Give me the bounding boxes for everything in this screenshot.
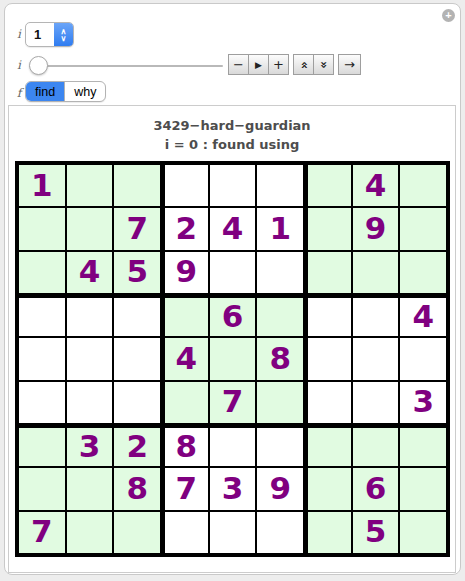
- stepper-arrows[interactable]: ∧ ∨: [54, 23, 73, 46]
- cell-r4c4: [162, 295, 208, 336]
- cell-r4c8: [353, 295, 399, 336]
- cell-r4c6: [257, 295, 303, 336]
- i-slider-track[interactable]: [29, 65, 223, 67]
- cell-r9c5: [210, 512, 256, 553]
- popup-label: i: [13, 27, 25, 41]
- cell-r3c3: 5: [114, 252, 160, 293]
- cell-r8c7: [305, 468, 351, 509]
- output-panel: 3429−hard−guardian i = 0 : found using 1…: [8, 105, 456, 573]
- step-forward-button[interactable]: +: [268, 55, 288, 74]
- cell-r4c5: 6: [210, 295, 256, 336]
- show-controls-icon[interactable]: +: [442, 9, 455, 22]
- cell-r8c2: [67, 468, 113, 509]
- cell-r6c3: [114, 382, 160, 423]
- cell-r9c6: [257, 512, 303, 553]
- cell-r4c1: [19, 295, 65, 336]
- direction-button[interactable]: →: [339, 55, 360, 74]
- setter-label: f: [13, 86, 25, 100]
- cell-r6c4: [162, 382, 208, 423]
- cell-r6c2: [67, 382, 113, 423]
- cell-r8c9: [400, 468, 446, 509]
- cell-r1c1: 1: [19, 165, 65, 206]
- cell-r2c7: [305, 208, 351, 249]
- why-button[interactable]: why: [64, 82, 105, 101]
- step-back-button[interactable]: −: [229, 55, 248, 74]
- puzzle-subtitle: i = 0 : found using: [9, 137, 455, 152]
- slider-label: i: [13, 58, 25, 72]
- cell-r1c2: [67, 165, 113, 206]
- cell-r3c7: [305, 252, 351, 293]
- cell-r7c7: [305, 425, 351, 466]
- cell-r6c1: [19, 382, 65, 423]
- cell-r6c7: [305, 382, 351, 423]
- plus-icon: +: [273, 57, 284, 72]
- cell-r5c9: [400, 338, 446, 379]
- sudoku-grid: 14724194596448733288739675: [15, 161, 450, 557]
- cell-r7c4: 8: [162, 425, 208, 466]
- double-chevron-down-icon: »: [316, 61, 330, 69]
- chevron-down-icon: ∨: [61, 35, 67, 42]
- cell-r5c3: [114, 338, 160, 379]
- cell-r2c5: 4: [210, 208, 256, 249]
- cell-r3c6: [257, 252, 303, 293]
- cell-r1c4: [162, 165, 208, 206]
- minus-icon: −: [233, 57, 244, 72]
- cell-r2c1: [19, 208, 65, 249]
- slower-button[interactable]: »: [313, 55, 333, 74]
- cell-r3c4: 9: [162, 252, 208, 293]
- cell-r5c2: [67, 338, 113, 379]
- cell-r9c9: [400, 512, 446, 553]
- cell-r7c8: [353, 425, 399, 466]
- i-stepper-value: 1: [26, 23, 54, 46]
- cell-r7c2: 3: [67, 425, 113, 466]
- cell-r3c8: [353, 252, 399, 293]
- cell-r9c8: 5: [353, 512, 399, 553]
- cell-r8c5: 3: [210, 468, 256, 509]
- cell-r4c7: [305, 295, 351, 336]
- cell-r5c7: [305, 338, 351, 379]
- manipulate-frame: + i 1 ∧ ∨ i − ▶ + » » → f: [4, 3, 461, 575]
- cell-r3c9: [400, 252, 446, 293]
- cell-r1c7: [305, 165, 351, 206]
- cell-r6c8: [353, 382, 399, 423]
- cell-r6c6: [257, 382, 303, 423]
- cell-r2c8: 9: [353, 208, 399, 249]
- cell-r3c1: [19, 252, 65, 293]
- cell-r2c4: 2: [162, 208, 208, 249]
- cell-r1c8: 4: [353, 165, 399, 206]
- cell-r4c2: [67, 295, 113, 336]
- puzzle-title: 3429−hard−guardian: [9, 118, 455, 133]
- cell-r5c4: 4: [162, 338, 208, 379]
- find-button[interactable]: find: [26, 82, 64, 101]
- cell-r1c3: [114, 165, 160, 206]
- cell-r9c2: [67, 512, 113, 553]
- cell-r2c2: [67, 208, 113, 249]
- cell-r4c3: [114, 295, 160, 336]
- cell-r5c1: [19, 338, 65, 379]
- cell-r3c5: [210, 252, 256, 293]
- cell-r7c6: [257, 425, 303, 466]
- cell-r9c7: [305, 512, 351, 553]
- cell-r7c1: [19, 425, 65, 466]
- cell-r8c6: 9: [257, 468, 303, 509]
- cell-r8c4: 7: [162, 468, 208, 509]
- direction-group: →: [338, 54, 361, 75]
- i-stepper[interactable]: 1 ∧ ∨: [25, 22, 74, 47]
- cell-r5c5: [210, 338, 256, 379]
- faster-button[interactable]: »: [294, 55, 313, 74]
- cell-r3c2: 4: [67, 252, 113, 293]
- cell-r4c9: 4: [400, 295, 446, 336]
- cell-r2c9: [400, 208, 446, 249]
- window-edge: [0, 575, 465, 581]
- cell-r8c1: [19, 468, 65, 509]
- cell-r1c6: [257, 165, 303, 206]
- cell-r1c5: [210, 165, 256, 206]
- right-arrow-icon: →: [344, 57, 355, 72]
- double-chevron-up-icon: »: [296, 61, 310, 69]
- cell-r1c9: [400, 165, 446, 206]
- cell-r2c6: 1: [257, 208, 303, 249]
- playback-group: − ▶ +: [228, 54, 289, 75]
- cell-r5c8: [353, 338, 399, 379]
- cell-r8c3: 8: [114, 468, 160, 509]
- i-slider-thumb[interactable]: [29, 56, 48, 75]
- cell-r6c9: 3: [400, 382, 446, 423]
- play-button[interactable]: ▶: [248, 55, 268, 74]
- cell-r8c8: 6: [353, 468, 399, 509]
- cell-r9c1: 7: [19, 512, 65, 553]
- cell-r7c3: 2: [114, 425, 160, 466]
- speed-group: » »: [293, 54, 334, 75]
- cell-r9c3: [114, 512, 160, 553]
- f-setter-bar: find why: [25, 81, 106, 102]
- play-icon: ▶: [255, 60, 262, 70]
- cell-r2c3: 7: [114, 208, 160, 249]
- cell-r5c6: 8: [257, 338, 303, 379]
- cell-r7c9: [400, 425, 446, 466]
- cell-r6c5: 7: [210, 382, 256, 423]
- cell-r9c4: [162, 512, 208, 553]
- cell-r7c5: [210, 425, 256, 466]
